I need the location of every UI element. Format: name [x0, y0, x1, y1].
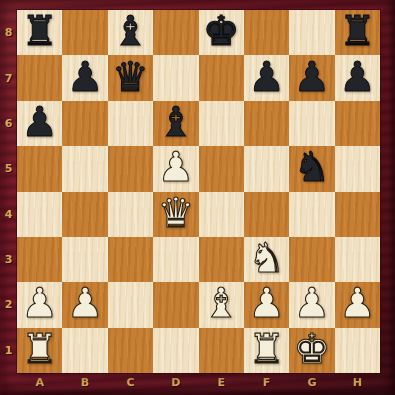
black-pawn-a6[interactable]: ♟	[21, 100, 58, 145]
white-king-g1[interactable]: ♚	[294, 327, 331, 372]
square-h3[interactable]	[335, 237, 380, 282]
square-g2[interactable]: ♟	[289, 282, 334, 327]
square-b5[interactable]	[62, 146, 107, 191]
square-c1[interactable]	[108, 328, 153, 373]
file-label-b: B	[62, 373, 107, 393]
black-bishop-d6[interactable]: ♝	[157, 100, 194, 145]
square-e3[interactable]	[199, 237, 244, 282]
square-a5[interactable]	[17, 146, 62, 191]
black-pawn-g7[interactable]: ♟	[294, 55, 331, 100]
black-pawn-h7[interactable]: ♟	[339, 55, 376, 100]
square-d3[interactable]	[153, 237, 198, 282]
rank-label-6: 6	[0, 101, 17, 146]
file-label-c: C	[108, 373, 153, 393]
square-f6[interactable]	[244, 101, 289, 146]
square-g7[interactable]: ♟	[289, 55, 334, 100]
file-label-e: E	[199, 373, 244, 393]
square-e8[interactable]: ♚	[199, 10, 244, 55]
square-g4[interactable]	[289, 192, 334, 237]
rank-label-5: 5	[0, 146, 17, 191]
square-g3[interactable]	[289, 237, 334, 282]
square-g8[interactable]	[289, 10, 334, 55]
square-e5[interactable]	[199, 146, 244, 191]
square-b3[interactable]	[62, 237, 107, 282]
square-b4[interactable]	[62, 192, 107, 237]
square-c4[interactable]	[108, 192, 153, 237]
square-h8[interactable]: ♜	[335, 10, 380, 55]
file-coordinates: ABCDEFGH	[17, 373, 380, 393]
black-bishop-c8[interactable]: ♝	[112, 9, 149, 54]
black-pawn-f7[interactable]: ♟	[248, 55, 285, 100]
square-e6[interactable]	[199, 101, 244, 146]
file-label-h: H	[335, 373, 380, 393]
rank-label-7: 7	[0, 55, 17, 100]
square-a8[interactable]: ♜	[17, 10, 62, 55]
square-f5[interactable]	[244, 146, 289, 191]
square-h7[interactable]: ♟	[335, 55, 380, 100]
white-pawn-a2[interactable]: ♟	[21, 281, 58, 326]
black-queen-c7[interactable]: ♛	[112, 55, 149, 100]
square-h5[interactable]	[335, 146, 380, 191]
square-c6[interactable]	[108, 101, 153, 146]
white-pawn-f2[interactable]: ♟	[248, 281, 285, 326]
white-rook-f1[interactable]: ♜	[248, 327, 285, 372]
file-label-d: D	[153, 373, 198, 393]
square-f4[interactable]	[244, 192, 289, 237]
square-b6[interactable]	[62, 101, 107, 146]
white-queen-d4[interactable]: ♛	[157, 191, 194, 236]
square-g6[interactable]	[289, 101, 334, 146]
white-rook-a1[interactable]: ♜	[21, 327, 58, 372]
white-knight-f3[interactable]: ♞	[248, 236, 285, 281]
square-d5[interactable]: ♟	[153, 146, 198, 191]
square-h2[interactable]: ♟	[335, 282, 380, 327]
square-f1[interactable]: ♜	[244, 328, 289, 373]
rank-label-3: 3	[0, 237, 17, 282]
square-e2[interactable]: ♝	[199, 282, 244, 327]
square-c7[interactable]: ♛	[108, 55, 153, 100]
black-knight-g5[interactable]: ♞	[294, 145, 331, 190]
square-d6[interactable]: ♝	[153, 101, 198, 146]
black-king-e8[interactable]: ♚	[203, 9, 240, 54]
square-c5[interactable]	[108, 146, 153, 191]
square-b1[interactable]	[62, 328, 107, 373]
white-bishop-e2[interactable]: ♝	[203, 281, 240, 326]
board: ♜♝♚♜♟♛♟♟♟♟♝♟♞♛♞♟♟♝♟♟♟♜♜♚	[17, 10, 380, 373]
file-label-g: G	[289, 373, 334, 393]
black-pawn-b7[interactable]: ♟	[67, 55, 104, 100]
square-a7[interactable]	[17, 55, 62, 100]
rank-label-8: 8	[0, 10, 17, 55]
black-rook-h8[interactable]: ♜	[339, 9, 376, 54]
square-b7[interactable]: ♟	[62, 55, 107, 100]
square-a1[interactable]: ♜	[17, 328, 62, 373]
square-e4[interactable]	[199, 192, 244, 237]
square-e1[interactable]	[199, 328, 244, 373]
file-label-a: A	[17, 373, 62, 393]
square-a4[interactable]	[17, 192, 62, 237]
square-f7[interactable]: ♟	[244, 55, 289, 100]
square-f3[interactable]: ♞	[244, 237, 289, 282]
square-c8[interactable]: ♝	[108, 10, 153, 55]
square-d7[interactable]	[153, 55, 198, 100]
square-d2[interactable]	[153, 282, 198, 327]
rank-label-4: 4	[0, 192, 17, 237]
square-d1[interactable]	[153, 328, 198, 373]
white-pawn-b2[interactable]: ♟	[67, 281, 104, 326]
square-b8[interactable]	[62, 10, 107, 55]
square-h1[interactable]	[335, 328, 380, 373]
white-pawn-d5[interactable]: ♟	[157, 145, 194, 190]
square-g1[interactable]: ♚	[289, 328, 334, 373]
square-a6[interactable]: ♟	[17, 101, 62, 146]
square-c3[interactable]	[108, 237, 153, 282]
square-f8[interactable]	[244, 10, 289, 55]
square-f2[interactable]: ♟	[244, 282, 289, 327]
rank-label-1: 1	[0, 328, 17, 373]
square-d4[interactable]: ♛	[153, 192, 198, 237]
square-e7[interactable]	[199, 55, 244, 100]
white-pawn-h2[interactable]: ♟	[339, 281, 376, 326]
board-frame: 87654321 ABCDEFGH ♜♝♚♜♟♛♟♟♟♟♝♟♞♛♞♟♟♝♟♟♟♜…	[0, 0, 395, 395]
square-h6[interactable]	[335, 101, 380, 146]
square-g5[interactable]: ♞	[289, 146, 334, 191]
square-h4[interactable]	[335, 192, 380, 237]
rank-coordinates: 87654321	[0, 10, 17, 373]
square-d8[interactable]	[153, 10, 198, 55]
black-rook-a8[interactable]: ♜	[21, 9, 58, 54]
rank-label-2: 2	[0, 282, 17, 327]
square-b2[interactable]: ♟	[62, 282, 107, 327]
white-pawn-g2[interactable]: ♟	[294, 281, 331, 326]
file-label-f: F	[244, 373, 289, 393]
square-c2[interactable]	[108, 282, 153, 327]
square-a3[interactable]	[17, 237, 62, 282]
square-a2[interactable]: ♟	[17, 282, 62, 327]
